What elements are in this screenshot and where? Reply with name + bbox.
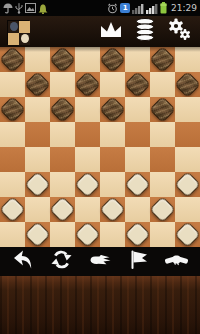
square-r5c7[interactable] xyxy=(175,172,200,197)
square-r2c1 xyxy=(25,97,50,122)
square-r4c2[interactable] xyxy=(50,147,75,172)
square-r5c5[interactable] xyxy=(125,172,150,197)
square-r4c0[interactable] xyxy=(0,147,25,172)
checker-piece-dark[interactable] xyxy=(99,96,126,123)
square-r6c6[interactable] xyxy=(150,197,175,222)
checker-piece-dark[interactable] xyxy=(49,96,76,123)
square-r7c2 xyxy=(50,222,75,247)
restart-button[interactable] xyxy=(49,249,75,275)
square-r3c6 xyxy=(150,122,175,147)
square-r5c6 xyxy=(150,172,175,197)
checker-piece-light[interactable] xyxy=(149,196,176,223)
undo-button[interactable] xyxy=(10,249,36,275)
square-r5c1[interactable] xyxy=(25,172,50,197)
square-r2c5 xyxy=(125,97,150,122)
checker-piece-light[interactable] xyxy=(174,221,200,248)
square-r0c6[interactable] xyxy=(150,47,175,72)
square-r1c1[interactable] xyxy=(25,72,50,97)
square-r0c0[interactable] xyxy=(0,47,25,72)
app-icon-light-square xyxy=(19,21,30,33)
square-r1c0 xyxy=(0,72,25,97)
pointing-hand-icon xyxy=(89,251,111,273)
square-r3c3[interactable] xyxy=(75,122,100,147)
umbrella-icon xyxy=(3,3,13,14)
square-r4c1 xyxy=(25,147,50,172)
square-r6c4[interactable] xyxy=(100,197,125,222)
square-r4c3 xyxy=(75,147,100,172)
square-r6c7 xyxy=(175,197,200,222)
square-r2c2[interactable] xyxy=(50,97,75,122)
square-r0c5 xyxy=(125,47,150,72)
gears-icon xyxy=(168,18,191,45)
battery-icon xyxy=(160,2,167,14)
draw-offer-button[interactable] xyxy=(164,249,190,275)
square-r0c4[interactable] xyxy=(100,47,125,72)
checker-piece-dark[interactable] xyxy=(0,46,26,73)
app-icon-dark-square xyxy=(19,33,30,45)
square-r1c7[interactable] xyxy=(175,72,200,97)
square-r3c7[interactable] xyxy=(175,122,200,147)
square-r3c4 xyxy=(100,122,125,147)
checker-piece-dark[interactable] xyxy=(74,71,101,98)
square-r4c4[interactable] xyxy=(100,147,125,172)
checker-piece-light[interactable] xyxy=(24,221,51,248)
square-r7c0 xyxy=(0,222,25,247)
checker-piece-light[interactable] xyxy=(124,171,151,198)
square-r3c0 xyxy=(0,122,25,147)
checker-piece-dark[interactable] xyxy=(174,71,200,98)
square-r0c2[interactable] xyxy=(50,47,75,72)
square-r6c5 xyxy=(125,197,150,222)
square-r4c7 xyxy=(175,147,200,172)
square-r3c5[interactable] xyxy=(125,122,150,147)
square-r7c5[interactable] xyxy=(125,222,150,247)
square-r4c5 xyxy=(125,147,150,172)
android-status-bar: 1 21:29 xyxy=(0,0,200,16)
app-icon-dark-piece xyxy=(10,22,18,31)
checker-piece-dark[interactable] xyxy=(24,71,51,98)
square-r7c3[interactable] xyxy=(75,222,100,247)
checker-piece-dark[interactable] xyxy=(49,46,76,73)
checker-piece-dark[interactable] xyxy=(149,46,176,73)
wood-table-background xyxy=(0,276,200,334)
square-r1c5[interactable] xyxy=(125,72,150,97)
checker-piece-light[interactable] xyxy=(49,196,76,223)
app-icon-dark-square xyxy=(8,21,19,33)
square-r7c7[interactable] xyxy=(175,222,200,247)
settings-button[interactable] xyxy=(166,19,192,45)
flag-icon xyxy=(128,249,148,274)
square-r7c6 xyxy=(150,222,175,247)
checkers-board xyxy=(0,47,200,247)
square-r6c3 xyxy=(75,197,100,222)
database-icon xyxy=(135,18,155,45)
notification-count-badge: 1 xyxy=(120,3,130,13)
square-r1c4 xyxy=(100,72,125,97)
king-crown-button[interactable] xyxy=(98,19,124,45)
usb-icon xyxy=(15,3,23,14)
square-r1c3[interactable] xyxy=(75,72,100,97)
checker-piece-dark[interactable] xyxy=(149,96,176,123)
square-r5c3[interactable] xyxy=(75,172,100,197)
checker-piece-light[interactable] xyxy=(74,221,101,248)
restart-rotate-icon xyxy=(51,249,72,274)
square-r6c1 xyxy=(25,197,50,222)
clock-time: 21:29 xyxy=(171,3,197,13)
alarm-clock-icon xyxy=(107,3,118,14)
square-r0c3 xyxy=(75,47,100,72)
checker-piece-light[interactable] xyxy=(24,171,51,198)
undo-arrow-icon xyxy=(12,249,34,274)
square-r5c2 xyxy=(50,172,75,197)
crown-icon xyxy=(99,21,123,42)
app-icon-light-piece xyxy=(21,34,29,43)
checker-piece-light[interactable] xyxy=(124,221,151,248)
checker-piece-dark[interactable] xyxy=(99,46,126,73)
square-r5c4 xyxy=(100,172,125,197)
checker-piece-light[interactable] xyxy=(174,171,200,198)
handshake-icon xyxy=(165,251,188,272)
square-r5c0 xyxy=(0,172,25,197)
square-r2c3 xyxy=(75,97,100,122)
square-r2c7 xyxy=(175,97,200,122)
checker-piece-light[interactable] xyxy=(74,171,101,198)
square-r7c1[interactable] xyxy=(25,222,50,247)
square-r1c6 xyxy=(150,72,175,97)
notification-bell-icon xyxy=(38,3,48,14)
checkers-app-icon[interactable] xyxy=(7,20,29,44)
checker-piece-light[interactable] xyxy=(0,196,26,223)
checker-piece-dark[interactable] xyxy=(124,71,151,98)
square-r2c4[interactable] xyxy=(100,97,125,122)
resign-button[interactable] xyxy=(125,249,151,275)
game-toolbar xyxy=(0,247,200,276)
mobile-signal-icon xyxy=(146,3,158,14)
action-bar xyxy=(0,16,200,47)
app-icon-light-square xyxy=(8,33,19,45)
checker-piece-dark[interactable] xyxy=(0,96,26,123)
signal-bars-icon xyxy=(132,3,144,14)
gallery-icon xyxy=(25,3,36,13)
square-r4c6[interactable] xyxy=(150,147,175,172)
square-r2c6[interactable] xyxy=(150,97,175,122)
square-r0c1 xyxy=(25,47,50,72)
checker-piece-light[interactable] xyxy=(99,196,126,223)
square-r2c0[interactable] xyxy=(0,97,25,122)
square-r3c1[interactable] xyxy=(25,122,50,147)
square-r3c2 xyxy=(50,122,75,147)
square-r6c0[interactable] xyxy=(0,197,25,222)
square-r6c2[interactable] xyxy=(50,197,75,222)
square-r0c7 xyxy=(175,47,200,72)
hint-button[interactable] xyxy=(87,249,113,275)
checkers-app-screen: 1 21:29 xyxy=(0,0,200,334)
square-r1c2 xyxy=(50,72,75,97)
square-r7c4 xyxy=(100,222,125,247)
saved-games-button[interactable] xyxy=(132,19,158,45)
